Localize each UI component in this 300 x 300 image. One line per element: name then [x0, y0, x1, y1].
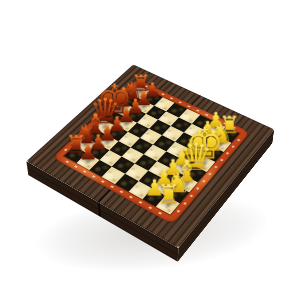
board-grid: ♜♞♝♛♚♝♞♜♟♟♟♟♟♟♟♟♟♟♟♟♟♟♟♟♜♞♝♛♚♝♞♜: [64, 86, 240, 215]
pawn-glyph: ♟: [79, 142, 98, 163]
rook-glyph: ♜: [157, 182, 180, 208]
chess-case: ♜♞♝♛♚♝♞♜♟♟♟♟♟♟♟♟♟♟♟♟♟♟♟♟♜♞♝♛♚♝♞♜: [26, 64, 274, 247]
wall-fold-seam: [98, 202, 101, 217]
product-photo: ♜♞♝♛♚♝♞♜♟♟♟♟♟♟♟♟♟♟♟♟♟♟♟♟♜♞♝♛♚♝♞♜: [0, 0, 300, 300]
scene: ♜♞♝♛♚♝♞♜♟♟♟♟♟♟♟♟♟♟♟♟♟♟♟♟♜♞♝♛♚♝♞♜: [0, 0, 300, 300]
